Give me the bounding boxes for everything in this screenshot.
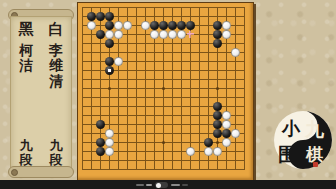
white-stone bbox=[204, 147, 213, 156]
black-stone bbox=[213, 111, 222, 120]
hint-plus-marker bbox=[187, 31, 194, 38]
black-stone bbox=[87, 12, 96, 21]
black-stone bbox=[96, 12, 105, 21]
white-stone bbox=[222, 120, 231, 129]
black-stone bbox=[168, 21, 177, 30]
white-stone bbox=[105, 129, 114, 138]
black-stone bbox=[105, 57, 114, 66]
white-stone bbox=[123, 21, 132, 30]
logo-yinyang-icon: 小 九 围 棋 bbox=[272, 109, 334, 172]
black-player-name: 柯洁 bbox=[18, 43, 35, 74]
white-stone bbox=[222, 21, 231, 30]
white-stone bbox=[114, 30, 123, 39]
black-color-label: 黑 bbox=[18, 21, 35, 38]
black-stone bbox=[222, 129, 231, 138]
black-stone bbox=[105, 21, 114, 30]
video-player-bar[interactable] bbox=[0, 180, 336, 189]
svg-text:围: 围 bbox=[278, 143, 297, 165]
logo-red-seal bbox=[313, 162, 318, 167]
black-player-rank: 九段 bbox=[18, 139, 35, 168]
white-stone bbox=[87, 21, 96, 30]
white-stone bbox=[186, 147, 195, 156]
white-player-rank: 九段 bbox=[48, 139, 65, 168]
star-point bbox=[216, 141, 219, 144]
white-color-label: 白 bbox=[48, 21, 65, 38]
black-stone bbox=[96, 120, 105, 129]
black-stone bbox=[213, 39, 222, 48]
player-bar-label-3 bbox=[182, 184, 188, 186]
black-stone bbox=[213, 129, 222, 138]
white-stone bbox=[105, 138, 114, 147]
white-player-column: 白 李维清 九段 bbox=[46, 21, 66, 168]
white-player-name: 李维清 bbox=[48, 43, 65, 90]
xiaojiu-weiqi-logo: 小 九 围 棋 bbox=[272, 109, 334, 172]
white-stone bbox=[105, 147, 114, 156]
black-stone bbox=[213, 30, 222, 39]
black-stone bbox=[96, 147, 105, 156]
white-stone bbox=[114, 57, 123, 66]
white-stone bbox=[213, 147, 222, 156]
star-point bbox=[108, 87, 111, 90]
white-stone bbox=[222, 111, 231, 120]
player-bar-label bbox=[146, 184, 152, 186]
toggle-knob-icon bbox=[156, 183, 161, 188]
black-stone bbox=[105, 12, 114, 21]
white-stone bbox=[114, 21, 123, 30]
black-stone bbox=[213, 21, 222, 30]
black-stone bbox=[177, 21, 186, 30]
players-scroll-banner: 白 李维清 九段 黑 柯洁 九段 bbox=[8, 9, 74, 178]
black-stone bbox=[186, 21, 195, 30]
star-point bbox=[216, 87, 219, 90]
player-bar-time-text bbox=[136, 184, 144, 186]
black-stone bbox=[150, 21, 159, 30]
black-stone bbox=[105, 39, 114, 48]
black-player-column: 黑 柯洁 九段 bbox=[16, 21, 36, 168]
star-point bbox=[162, 141, 165, 144]
last-move-marker bbox=[108, 69, 111, 72]
danmaku-toggle[interactable] bbox=[155, 182, 168, 188]
black-stone bbox=[213, 120, 222, 129]
svg-text:九: 九 bbox=[304, 118, 325, 140]
white-stone bbox=[177, 30, 186, 39]
white-stone bbox=[150, 30, 159, 39]
black-stone bbox=[96, 30, 105, 39]
white-stone bbox=[231, 48, 240, 57]
white-stone bbox=[141, 21, 150, 30]
star-point bbox=[162, 87, 165, 90]
black-stone bbox=[159, 21, 168, 30]
black-stone bbox=[96, 138, 105, 147]
black-stone bbox=[213, 102, 222, 111]
black-stone bbox=[204, 138, 213, 147]
white-stone bbox=[231, 129, 240, 138]
svg-text:小: 小 bbox=[281, 118, 301, 139]
white-stone bbox=[105, 30, 114, 39]
white-stone bbox=[159, 30, 168, 39]
video-frame[interactable]: 白 李维清 九段 黑 柯洁 九段 小 九 围 棋 bbox=[0, 0, 336, 189]
go-board bbox=[77, 2, 254, 181]
white-stone bbox=[222, 138, 231, 147]
player-bar-label-2 bbox=[171, 184, 180, 186]
white-stone bbox=[168, 30, 177, 39]
svg-text:棋: 棋 bbox=[305, 144, 323, 164]
scroll-bottom-knob-icon bbox=[11, 169, 18, 176]
white-stone bbox=[222, 30, 231, 39]
